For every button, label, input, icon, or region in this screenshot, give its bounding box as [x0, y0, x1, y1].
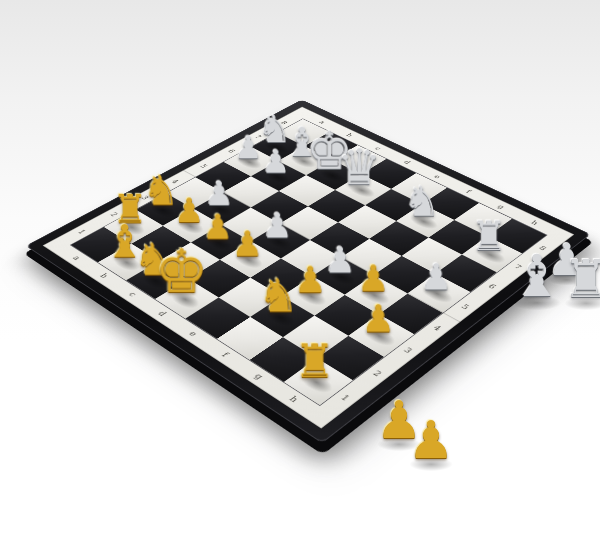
piece-silver-knight: ♞ — [404, 181, 441, 222]
piece-silver-pawn: ♟ — [234, 132, 262, 163]
coord-rank-1-left: 1 — [76, 229, 87, 235]
offboard-piece-silver-rook: ♜ — [563, 253, 600, 305]
chess-board: ♞♝♚♛♞♜♟♟♟♟♟♟♟♞♟♟♟♟♟♜♞♝♞♚♜ aabbccddeeffgg… — [26, 100, 591, 444]
piece-gold-pawn: ♟ — [294, 261, 326, 297]
piece-gold-knight: ♞ — [258, 273, 299, 319]
piece-gold-king: ♚ — [155, 242, 209, 302]
coord-file-h-far: h — [529, 220, 539, 226]
coord-rank-5-right: 5 — [459, 303, 470, 311]
offboard-piece-gold-pawn: ♟ — [408, 414, 455, 466]
board-grid: ♞♝♚♛♞♜♟♟♟♟♟♟♟♞♟♟♟♟♟♜♞♝♞♚♜ — [71, 119, 546, 405]
board-frame: ♞♝♚♛♞♜♟♟♟♟♟♟♟♞♟♟♟♟♟♜♞♝♞♚♜ aabbccddeeffgg… — [26, 100, 591, 444]
piece-silver-pawn: ♟ — [204, 177, 233, 210]
piece-gold-rook: ♜ — [294, 338, 336, 384]
coord-file-h-near: h — [287, 395, 300, 404]
coord-file-g-far: g — [496, 204, 506, 210]
coord-rank-6-right: 6 — [486, 283, 497, 290]
piece-silver-pawn: ♟ — [262, 208, 293, 242]
piece-gold-pawn: ♟ — [174, 193, 204, 227]
coord-file-f-far: f — [464, 189, 472, 194]
coord-file-d-near: d — [156, 310, 168, 318]
piece-silver-pawn: ♟ — [262, 146, 290, 178]
piece-gold-pawn: ♟ — [357, 260, 389, 296]
coord-rank-3-right: 3 — [402, 346, 414, 354]
coord-rank-5-left: 5 — [198, 163, 208, 169]
piece-silver-queen: ♛ — [337, 143, 381, 192]
coord-file-a-near: a — [71, 255, 83, 262]
product-photo-scene: ♞♝♚♛♞♜♟♟♟♟♟♟♟♞♟♟♟♟♟♜♞♝♞♚♜ aabbccddeeffgg… — [0, 0, 600, 548]
piece-silver-pawn: ♟ — [420, 259, 452, 295]
coord-file-b-near: b — [98, 272, 110, 279]
coord-file-c-near: c — [127, 291, 139, 298]
coord-file-f-near: f — [220, 351, 231, 358]
gold-pawn-glyph: ♟ — [408, 414, 455, 466]
silver-rook-glyph: ♜ — [563, 253, 600, 305]
piece-silver-pawn: ♟ — [324, 242, 356, 277]
coord-file-d-far: d — [402, 160, 412, 166]
coord-file-e-near: e — [187, 330, 199, 338]
coord-rank-2-right: 2 — [371, 369, 383, 378]
coord-file-g-near: g — [252, 372, 265, 381]
piece-gold-pawn: ♟ — [232, 226, 263, 261]
board-border: ♞♝♚♛♞♜♟♟♟♟♟♟♟♞♟♟♟♟♟♜♞♝♞♚♜ aabbccddeeffgg… — [43, 107, 574, 429]
coord-rank-1-right: 1 — [339, 393, 352, 402]
piece-silver-rook: ♜ — [471, 215, 507, 256]
piece-gold-pawn: ♟ — [361, 300, 395, 338]
coord-rank-4-right: 4 — [431, 324, 443, 332]
